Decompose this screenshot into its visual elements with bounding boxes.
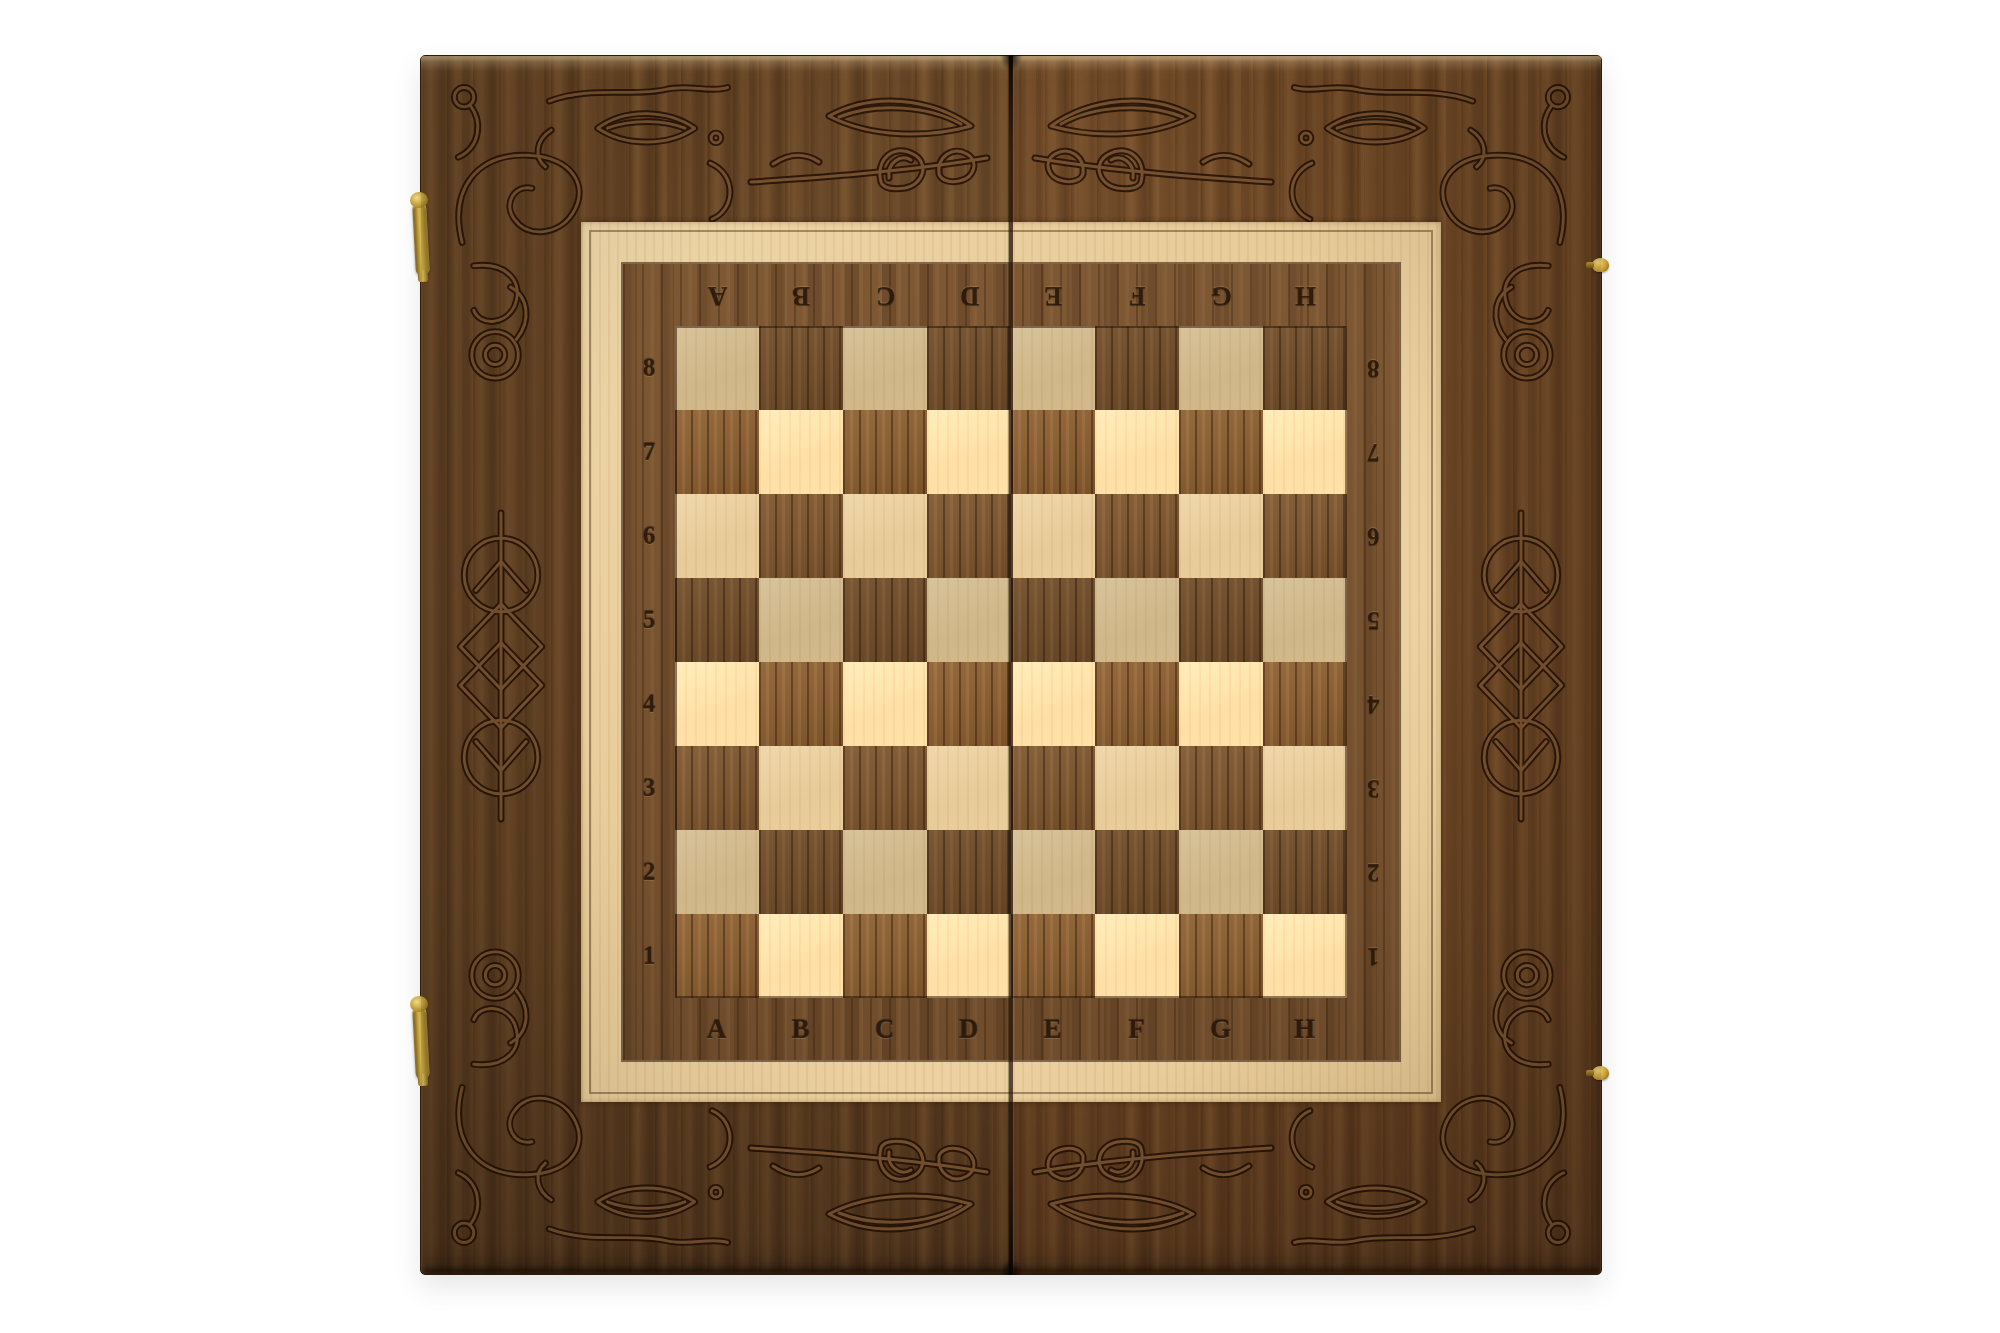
rank-band-cell: 4: [1347, 662, 1399, 746]
band-corner-cell: [623, 264, 675, 326]
rank-band-cell: 2: [1347, 830, 1399, 914]
file-band-cell: G: [1179, 264, 1263, 326]
rank-label-right-2: 2: [1367, 858, 1380, 886]
square-b4[interactable]: [759, 662, 843, 746]
rank-band-cell: 1: [1347, 914, 1399, 998]
file-label-top-G: G: [1210, 280, 1232, 311]
file-band-cell: C: [843, 998, 927, 1060]
square-c3[interactable]: [843, 746, 927, 830]
rank-band-cell: 5: [623, 578, 675, 662]
square-b5[interactable]: [759, 578, 843, 662]
rank-label-right-1: 1: [1367, 942, 1380, 970]
rank-label-right-8: 8: [1367, 354, 1380, 382]
file-band-cell: E: [1011, 264, 1095, 326]
brass-latch-lower-left[interactable]: [412, 1006, 430, 1081]
square-e2[interactable]: [1011, 830, 1095, 914]
file-label-bottom-G: G: [1210, 1014, 1232, 1045]
rank-band-cell: 5: [1347, 578, 1399, 662]
file-label-top-D: D: [959, 280, 980, 311]
square-f1[interactable]: [1095, 914, 1179, 998]
file-band-cell: B: [759, 998, 843, 1060]
file-band-cell: D: [927, 998, 1011, 1060]
file-band-cell: E: [1011, 998, 1095, 1060]
brass-pin-upper-right[interactable]: [1592, 258, 1609, 272]
file-band-cell: G: [1179, 998, 1263, 1060]
square-a3[interactable]: [675, 746, 759, 830]
rank-label-right-6: 6: [1367, 522, 1380, 550]
file-label-bottom-C: C: [875, 1014, 896, 1045]
square-a7[interactable]: [675, 410, 759, 494]
rank-band-cell: 8: [1347, 326, 1399, 410]
square-d8[interactable]: [927, 326, 1011, 410]
square-f8[interactable]: [1095, 326, 1179, 410]
band-corner-cell: [623, 998, 675, 1060]
leaf-sprig-top-left: [743, 86, 993, 206]
brass-pin-lower-right[interactable]: [1592, 1066, 1609, 1080]
seam-notch-bottom: [1000, 1259, 1022, 1275]
square-e7[interactable]: [1011, 410, 1095, 494]
square-b3[interactable]: [759, 746, 843, 830]
brass-latch-upper-left[interactable]: [412, 202, 430, 277]
bevel-highlight: [421, 56, 1601, 71]
rank-label-right-5: 5: [1367, 606, 1380, 634]
file-label-bottom-B: B: [791, 1014, 810, 1045]
rank-label-right-3: 3: [1367, 774, 1380, 802]
square-e3[interactable]: [1011, 746, 1095, 830]
square-g8[interactable]: [1179, 326, 1263, 410]
square-b6[interactable]: [759, 494, 843, 578]
file-label-bottom-H: H: [1294, 1014, 1316, 1045]
square-h2[interactable]: [1263, 830, 1347, 914]
square-c7[interactable]: [843, 410, 927, 494]
file-label-bottom-F: F: [1128, 1014, 1146, 1045]
rank-band-cell: 1: [623, 914, 675, 998]
square-d7[interactable]: [927, 410, 1011, 494]
square-d5[interactable]: [927, 578, 1011, 662]
knot-emblem-right: [1459, 511, 1583, 821]
square-g3[interactable]: [1179, 746, 1263, 830]
square-b7[interactable]: [759, 410, 843, 494]
rank-label-left-5: 5: [643, 606, 656, 634]
file-label-bottom-D: D: [959, 1014, 980, 1045]
square-g6[interactable]: [1179, 494, 1263, 578]
rank-band-cell: 3: [1347, 746, 1399, 830]
seam-notch-top: [1000, 55, 1022, 71]
square-f2[interactable]: [1095, 830, 1179, 914]
square-a1[interactable]: [675, 914, 759, 998]
square-a4[interactable]: [675, 662, 759, 746]
rank-band-cell: 3: [623, 746, 675, 830]
rank-label-left-1: 1: [643, 942, 656, 970]
square-e1[interactable]: [1011, 914, 1095, 998]
inner-walnut-panel: ABCDEFGH8877665544332211ABCDEFGH: [623, 264, 1399, 1060]
square-e5[interactable]: [1011, 578, 1095, 662]
product-photo-background: ABCDEFGH8877665544332211ABCDEFGH: [0, 0, 2000, 1333]
square-c8[interactable]: [843, 326, 927, 410]
rank-band-cell: 2: [623, 830, 675, 914]
leaf-sprig-bottom-left: [743, 1124, 993, 1244]
square-d2[interactable]: [927, 830, 1011, 914]
file-label-top-B: B: [791, 280, 810, 311]
file-band-cell: H: [1263, 998, 1347, 1060]
square-e4[interactable]: [1011, 662, 1095, 746]
square-h5[interactable]: [1263, 578, 1347, 662]
rank-band-cell: 6: [1347, 494, 1399, 578]
square-d3[interactable]: [927, 746, 1011, 830]
rank-label-left-6: 6: [643, 522, 656, 550]
rank-label-left-7: 7: [643, 438, 656, 466]
square-h7[interactable]: [1263, 410, 1347, 494]
square-h1[interactable]: [1263, 914, 1347, 998]
file-band-cell: F: [1095, 264, 1179, 326]
maple-inlay-border: ABCDEFGH8877665544332211ABCDEFGH: [581, 222, 1441, 1102]
square-f6[interactable]: [1095, 494, 1179, 578]
square-a8[interactable]: [675, 326, 759, 410]
file-band-cell: A: [675, 998, 759, 1060]
square-g2[interactable]: [1179, 830, 1263, 914]
square-g4[interactable]: [1179, 662, 1263, 746]
rank-label-left-4: 4: [643, 690, 656, 718]
file-label-top-H: H: [1294, 280, 1316, 311]
square-f4[interactable]: [1095, 662, 1179, 746]
square-c5[interactable]: [843, 578, 927, 662]
leaf-sprig-bottom-right: [1029, 1124, 1279, 1244]
band-corner-cell: [1347, 998, 1399, 1060]
square-f5[interactable]: [1095, 578, 1179, 662]
square-e8[interactable]: [1011, 326, 1095, 410]
file-band-cell: F: [1095, 998, 1179, 1060]
file-band-cell: C: [843, 264, 927, 326]
file-label-top-F: F: [1128, 280, 1146, 311]
square-a6[interactable]: [675, 494, 759, 578]
square-e6[interactable]: [1011, 494, 1095, 578]
file-band-cell: A: [675, 264, 759, 326]
square-d4[interactable]: [927, 662, 1011, 746]
square-h3[interactable]: [1263, 746, 1347, 830]
square-b2[interactable]: [759, 830, 843, 914]
file-band-cell: H: [1263, 264, 1347, 326]
file-label-top-E: E: [1043, 280, 1062, 311]
rank-band-cell: 6: [623, 494, 675, 578]
rank-label-left-8: 8: [643, 354, 656, 382]
square-d6[interactable]: [927, 494, 1011, 578]
file-label-top-C: C: [875, 280, 896, 311]
square-h8[interactable]: [1263, 326, 1347, 410]
rank-label-right-4: 4: [1367, 690, 1380, 718]
rank-band-cell: 7: [1347, 410, 1399, 494]
square-f7[interactable]: [1095, 410, 1179, 494]
file-label-top-A: A: [707, 280, 728, 311]
rank-band-cell: 7: [623, 410, 675, 494]
square-g7[interactable]: [1179, 410, 1263, 494]
rank-label-left-2: 2: [643, 858, 656, 886]
square-g5[interactable]: [1179, 578, 1263, 662]
knot-emblem-left: [439, 511, 563, 821]
square-c6[interactable]: [843, 494, 927, 578]
square-c4[interactable]: [843, 662, 927, 746]
coordinate-grid: ABCDEFGH8877665544332211ABCDEFGH: [623, 264, 1399, 1060]
file-label-bottom-E: E: [1043, 1014, 1062, 1045]
square-a2[interactable]: [675, 830, 759, 914]
square-b1[interactable]: [759, 914, 843, 998]
rank-label-left-3: 3: [643, 774, 656, 802]
square-c2[interactable]: [843, 830, 927, 914]
leaf-sprig-top-right: [1029, 86, 1279, 206]
file-label-bottom-A: A: [707, 1014, 728, 1045]
rank-label-right-7: 7: [1367, 438, 1380, 466]
square-g1[interactable]: [1179, 914, 1263, 998]
square-c1[interactable]: [843, 914, 927, 998]
file-band-cell: B: [759, 264, 843, 326]
file-band-cell: D: [927, 264, 1011, 326]
rank-band-cell: 4: [623, 662, 675, 746]
rank-band-cell: 8: [623, 326, 675, 410]
square-f3[interactable]: [1095, 746, 1179, 830]
square-a5[interactable]: [675, 578, 759, 662]
band-corner-cell: [1347, 264, 1399, 326]
square-b8[interactable]: [759, 326, 843, 410]
square-d1[interactable]: [927, 914, 1011, 998]
square-h4[interactable]: [1263, 662, 1347, 746]
chess-board: ABCDEFGH8877665544332211ABCDEFGH: [420, 55, 1602, 1275]
square-h6[interactable]: [1263, 494, 1347, 578]
